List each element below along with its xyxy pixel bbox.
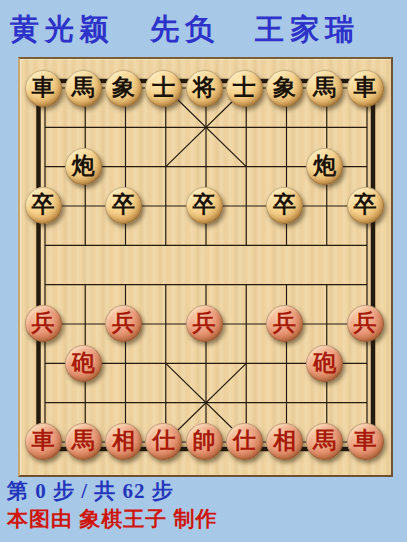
piece-black-advisor[interactable]: 士 <box>226 70 263 107</box>
piece-glyph: 車 <box>32 429 55 452</box>
piece-black-soldier[interactable]: 卒 <box>186 187 223 224</box>
piece-glyph: 車 <box>354 76 377 99</box>
move-counter: 第 0 步 / 共 62 步 <box>7 477 403 505</box>
piece-black-advisor[interactable]: 士 <box>145 70 182 107</box>
piece-black-horse[interactable]: 馬 <box>306 70 343 107</box>
piece-black-elephant[interactable]: 象 <box>266 70 303 107</box>
piece-glyph: 車 <box>354 429 377 452</box>
piece-glyph: 馬 <box>72 429 95 452</box>
piece-red-cannon[interactable]: 砲 <box>65 345 102 382</box>
piece-red-soldier[interactable]: 兵 <box>347 305 384 342</box>
piece-black-chariot[interactable]: 車 <box>25 70 62 107</box>
piece-red-chariot[interactable]: 車 <box>25 423 62 460</box>
piece-glyph: 卒 <box>32 193 55 216</box>
piece-glyph: 卒 <box>112 193 135 216</box>
piece-black-cannon[interactable]: 炮 <box>65 148 102 185</box>
xiangqi-board[interactable] <box>18 57 393 477</box>
piece-red-advisor[interactable]: 仕 <box>226 423 263 460</box>
piece-glyph: 卒 <box>193 193 216 216</box>
board-grid-lines <box>20 59 391 475</box>
piece-red-soldier[interactable]: 兵 <box>186 305 223 342</box>
piece-glyph: 士 <box>152 76 175 99</box>
piece-glyph: 炮 <box>72 154 95 177</box>
game-title: 黄光颖 先负 王家瑞 <box>10 10 402 50</box>
piece-glyph: 相 <box>273 429 296 452</box>
piece-red-soldier[interactable]: 兵 <box>25 305 62 342</box>
piece-glyph: 兵 <box>32 311 55 334</box>
piece-red-horse[interactable]: 馬 <box>65 423 102 460</box>
piece-glyph: 兵 <box>354 311 377 334</box>
piece-black-soldier[interactable]: 卒 <box>347 187 384 224</box>
piece-glyph: 馬 <box>72 76 95 99</box>
piece-black-soldier[interactable]: 卒 <box>25 187 62 224</box>
piece-red-chariot[interactable]: 車 <box>347 423 384 460</box>
piece-black-horse[interactable]: 馬 <box>65 70 102 107</box>
piece-glyph: 炮 <box>313 154 336 177</box>
piece-black-chariot[interactable]: 車 <box>347 70 384 107</box>
piece-glyph: 兵 <box>112 311 135 334</box>
piece-glyph: 車 <box>32 76 55 99</box>
piece-glyph: 馬 <box>313 429 336 452</box>
piece-black-elephant[interactable]: 象 <box>105 70 142 107</box>
piece-glyph: 相 <box>112 429 135 452</box>
piece-red-cannon[interactable]: 砲 <box>306 345 343 382</box>
piece-glyph: 兵 <box>193 311 216 334</box>
piece-glyph: 将 <box>193 76 216 99</box>
credit-text: 本图由 象棋王子 制作 <box>7 505 403 533</box>
piece-glyph: 象 <box>273 76 296 99</box>
piece-glyph: 砲 <box>313 351 336 374</box>
xiangqi-viewer: 黄光颖 先负 王家瑞 車馬象士将士象馬車炮炮卒卒卒卒卒兵兵兵兵兵砲砲車馬相仕帥仕… <box>0 0 407 542</box>
piece-glyph: 仕 <box>233 429 256 452</box>
piece-glyph: 卒 <box>273 193 296 216</box>
piece-red-general[interactable]: 帥 <box>186 423 223 460</box>
piece-glyph: 馬 <box>313 76 336 99</box>
piece-glyph: 卒 <box>354 193 377 216</box>
piece-glyph: 象 <box>112 76 135 99</box>
piece-glyph: 砲 <box>72 351 95 374</box>
piece-glyph: 仕 <box>152 429 175 452</box>
piece-glyph: 兵 <box>273 311 296 334</box>
piece-black-general[interactable]: 将 <box>186 70 223 107</box>
piece-glyph: 帥 <box>193 429 216 452</box>
piece-glyph: 士 <box>233 76 256 99</box>
